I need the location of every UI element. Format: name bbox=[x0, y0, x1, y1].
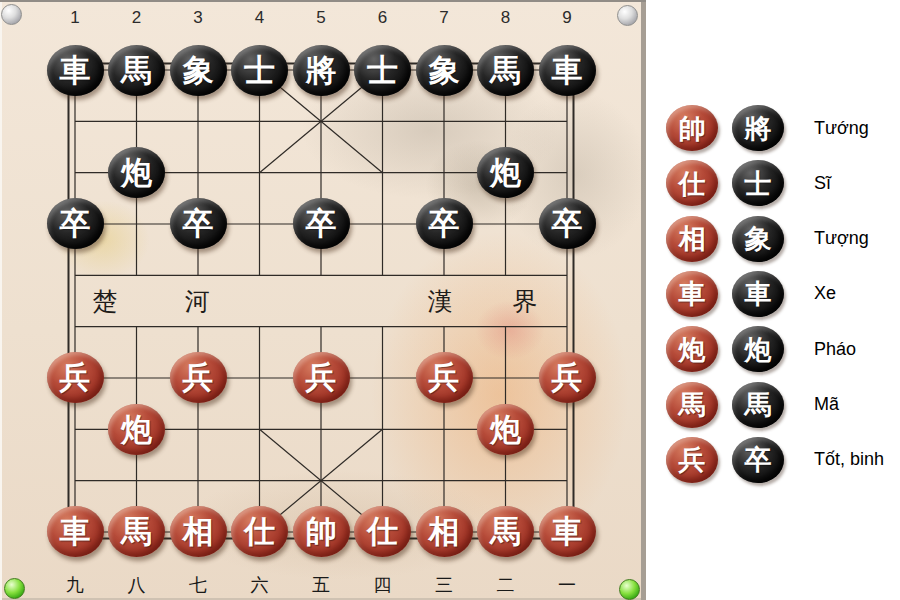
file-label-bottom: 九 bbox=[62, 573, 88, 597]
piece-glyph: 卒 bbox=[745, 446, 772, 473]
piece-black-elephant[interactable]: 象 bbox=[416, 45, 473, 96]
legend-label: Tốt, binh bbox=[814, 449, 884, 470]
file-label-top: 4 bbox=[247, 8, 273, 28]
corner-indicator-bottom-left bbox=[4, 578, 25, 599]
piece-glyph: 炮 bbox=[121, 157, 152, 188]
piece-glyph: 車 bbox=[552, 516, 583, 547]
piece-black-general[interactable]: 將 bbox=[293, 45, 350, 96]
piece-black-soldier[interactable]: 卒 bbox=[170, 198, 227, 249]
legend-label: Tướng bbox=[814, 118, 869, 139]
legend-label: Tượng bbox=[814, 228, 869, 249]
file-label-top: 6 bbox=[370, 8, 396, 28]
piece-glyph: 車 bbox=[679, 280, 706, 307]
piece-glyph: 象 bbox=[429, 55, 460, 86]
legend-piece-red: 炮 bbox=[666, 326, 718, 372]
piece-glyph: 將 bbox=[745, 115, 772, 142]
piece-glyph: 兵 bbox=[429, 362, 460, 393]
piece-black-advisor[interactable]: 士 bbox=[231, 45, 288, 96]
piece-red-general[interactable]: 帥 bbox=[293, 506, 350, 557]
file-label-top: 8 bbox=[493, 8, 519, 28]
piece-black-cannon[interactable]: 炮 bbox=[108, 147, 165, 198]
piece-glyph: 馬 bbox=[490, 55, 521, 86]
legend-piece-red: 相 bbox=[666, 216, 718, 262]
piece-black-advisor[interactable]: 士 bbox=[354, 45, 411, 96]
piece-glyph: 士 bbox=[367, 55, 398, 86]
piece-glyph: 車 bbox=[60, 55, 91, 86]
piece-glyph: 馬 bbox=[745, 391, 772, 418]
file-label-bottom: 七 bbox=[185, 573, 211, 597]
piece-glyph: 卒 bbox=[183, 208, 214, 239]
piece-glyph: 馬 bbox=[679, 391, 706, 418]
piece-glyph: 帥 bbox=[306, 516, 337, 547]
piece-red-soldier[interactable]: 兵 bbox=[539, 352, 596, 403]
piece-glyph: 將 bbox=[306, 55, 337, 86]
legend-piece-black: 象 bbox=[732, 216, 784, 262]
piece-red-chariot[interactable]: 車 bbox=[47, 506, 104, 557]
piece-glyph: 車 bbox=[552, 55, 583, 86]
file-label-bottom: 六 bbox=[247, 573, 273, 597]
piece-black-chariot[interactable]: 車 bbox=[539, 45, 596, 96]
file-label-bottom: 一 bbox=[554, 573, 580, 597]
file-label-bottom: 三 bbox=[431, 573, 457, 597]
piece-glyph: 炮 bbox=[745, 336, 772, 363]
piece-glyph: 帥 bbox=[679, 115, 706, 142]
piece-glyph: 相 bbox=[183, 516, 214, 547]
file-label-top: 9 bbox=[554, 8, 580, 28]
piece-glyph: 卒 bbox=[429, 208, 460, 239]
river-text: 漢 bbox=[428, 285, 453, 318]
piece-red-soldier[interactable]: 兵 bbox=[47, 352, 104, 403]
piece-red-soldier[interactable]: 兵 bbox=[170, 352, 227, 403]
file-label-top: 1 bbox=[62, 8, 88, 28]
legend-label: Mã bbox=[814, 394, 839, 415]
legend-label: Xe bbox=[814, 283, 836, 304]
piece-glyph: 象 bbox=[745, 225, 772, 252]
legend-piece-black: 炮 bbox=[732, 326, 784, 372]
legend-row: 馬馬Mã bbox=[666, 380, 839, 430]
file-label-top: 3 bbox=[185, 8, 211, 28]
legend-label: Sĩ bbox=[814, 173, 831, 194]
file-label-bottom: 五 bbox=[308, 573, 334, 597]
piece-black-horse[interactable]: 馬 bbox=[108, 45, 165, 96]
piece-glyph: 兵 bbox=[679, 446, 706, 473]
corner-indicator-top-left bbox=[1, 4, 22, 25]
file-label-top: 5 bbox=[308, 8, 334, 28]
piece-red-soldier[interactable]: 兵 bbox=[293, 352, 350, 403]
piece-glyph: 馬 bbox=[490, 516, 521, 547]
piece-glyph: 炮 bbox=[490, 157, 521, 188]
piece-glyph: 卒 bbox=[60, 208, 91, 239]
piece-glyph: 相 bbox=[679, 225, 706, 252]
river-text: 楚 bbox=[93, 285, 118, 318]
piece-glyph: 士 bbox=[244, 55, 275, 86]
file-label-bottom: 二 bbox=[493, 573, 519, 597]
river-text: 界 bbox=[513, 285, 538, 318]
piece-black-soldier[interactable]: 卒 bbox=[293, 198, 350, 249]
file-label-top: 2 bbox=[124, 8, 150, 28]
legend-piece-red: 仕 bbox=[666, 160, 718, 206]
file-label-bottom: 八 bbox=[124, 573, 150, 597]
legend-label: Pháo bbox=[814, 339, 856, 360]
piece-glyph: 兵 bbox=[60, 362, 91, 393]
piece-glyph: 兵 bbox=[183, 362, 214, 393]
piece-black-elephant[interactable]: 象 bbox=[170, 45, 227, 96]
legend-row: 帥將Tướng bbox=[666, 103, 869, 153]
legend-piece-red: 馬 bbox=[666, 382, 718, 428]
piece-glyph: 相 bbox=[429, 516, 460, 547]
piece-red-elephant[interactable]: 相 bbox=[416, 506, 473, 557]
piece-glyph: 士 bbox=[745, 170, 772, 197]
piece-red-chariot[interactable]: 車 bbox=[539, 506, 596, 557]
piece-black-cannon[interactable]: 炮 bbox=[477, 147, 534, 198]
piece-glyph: 炮 bbox=[490, 414, 521, 445]
legend-piece-black: 將 bbox=[732, 105, 784, 151]
river-text: 河 bbox=[185, 285, 210, 318]
piece-glyph: 卒 bbox=[306, 208, 337, 239]
legend-piece-black: 車 bbox=[732, 271, 784, 317]
piece-glyph: 車 bbox=[60, 516, 91, 547]
file-label-top: 7 bbox=[431, 8, 457, 28]
piece-glyph: 兵 bbox=[306, 362, 337, 393]
legend-row: 炮炮Pháo bbox=[666, 324, 856, 374]
piece-red-cannon[interactable]: 炮 bbox=[477, 404, 534, 455]
piece-glyph: 炮 bbox=[679, 336, 706, 363]
legend-row: 相象Tượng bbox=[666, 214, 869, 264]
piece-red-soldier[interactable]: 兵 bbox=[416, 352, 473, 403]
legend-piece-black: 卒 bbox=[732, 437, 784, 483]
corner-indicator-top-right bbox=[617, 5, 638, 26]
piece-glyph: 仕 bbox=[244, 516, 275, 547]
piece-red-elephant[interactable]: 相 bbox=[170, 506, 227, 557]
piece-black-soldier[interactable]: 卒 bbox=[539, 198, 596, 249]
legend-row: 車車Xe bbox=[666, 269, 836, 319]
legend-row: 兵卒Tốt, binh bbox=[666, 435, 884, 485]
legend-piece-red: 帥 bbox=[666, 105, 718, 151]
piece-black-soldier[interactable]: 卒 bbox=[416, 198, 473, 249]
legend-row: 仕士Sĩ bbox=[666, 158, 831, 208]
piece-glyph: 仕 bbox=[679, 170, 706, 197]
piece-red-cannon[interactable]: 炮 bbox=[108, 404, 165, 455]
corner-indicator-bottom-right bbox=[619, 579, 640, 600]
piece-glyph: 卒 bbox=[552, 208, 583, 239]
piece-legend-panel: 帥將Tướng仕士Sĩ相象Tượng車車Xe炮炮Pháo馬馬Mã兵卒Tốt, b… bbox=[646, 0, 900, 600]
piece-black-soldier[interactable]: 卒 bbox=[47, 198, 104, 249]
piece-black-horse[interactable]: 馬 bbox=[477, 45, 534, 96]
piece-glyph: 炮 bbox=[121, 414, 152, 445]
piece-black-chariot[interactable]: 車 bbox=[47, 45, 104, 96]
piece-glyph: 馬 bbox=[121, 55, 152, 86]
piece-glyph: 兵 bbox=[552, 362, 583, 393]
legend-piece-red: 車 bbox=[666, 271, 718, 317]
piece-glyph: 車 bbox=[745, 280, 772, 307]
file-label-bottom: 四 bbox=[370, 573, 396, 597]
piece-glyph: 仕 bbox=[367, 516, 398, 547]
legend-piece-red: 兵 bbox=[666, 437, 718, 483]
piece-glyph: 象 bbox=[183, 55, 214, 86]
legend-piece-black: 馬 bbox=[732, 382, 784, 428]
piece-glyph: 馬 bbox=[121, 516, 152, 547]
xiangqi-board-panel: 123456789 九八七六五四三二一 楚河漢界 車馬象士將士象馬車炮炮卒卒卒卒… bbox=[0, 0, 646, 600]
legend-piece-black: 士 bbox=[732, 160, 784, 206]
